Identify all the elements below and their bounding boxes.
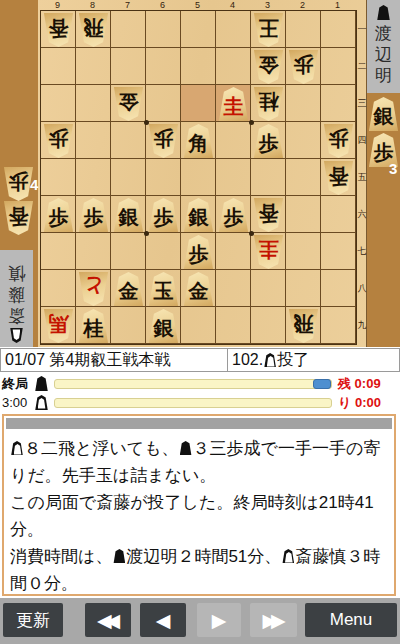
sente-time-remaining: 残 0:09 xyxy=(338,375,381,393)
bottom-toolbar: 更新 ◀◀ ◀ ▶ ▶▶ Menu xyxy=(0,598,400,644)
move-result: 投了 xyxy=(277,350,309,371)
square-5i[interactable] xyxy=(181,307,216,344)
square-6g[interactable] xyxy=(146,233,181,270)
star-point xyxy=(249,120,254,125)
fast-backward-button[interactable]: ◀◀ xyxy=(85,603,131,637)
sente-clock-label: 終局 xyxy=(0,375,35,393)
sente-name-char: 辺 xyxy=(375,44,392,65)
square-8b[interactable] xyxy=(76,48,111,85)
rank-label-1: 一 xyxy=(357,23,367,36)
captured-count: 3 xyxy=(389,160,397,177)
gote-piece-icon xyxy=(282,549,294,563)
sente-piece-icon xyxy=(180,441,192,455)
square-6a[interactable] xyxy=(146,11,181,48)
rank-label-7: 七 xyxy=(357,245,367,258)
comment-paragraph: この局面で斎藤が投了した。終局時刻は21時41分。 xyxy=(10,489,388,543)
square-9e[interactable] xyxy=(41,159,76,196)
square-7d[interactable] xyxy=(111,122,146,159)
file-label-1: 1 xyxy=(320,0,355,10)
sente-time-bar-remaining xyxy=(313,379,331,389)
sente-name-char: 明 xyxy=(375,65,392,86)
gote-name-char: 斎 xyxy=(8,305,25,326)
rank-label-5: 五 xyxy=(357,171,367,184)
square-6b[interactable] xyxy=(146,48,181,85)
square-4e[interactable] xyxy=(216,159,251,196)
file-label-4: 4 xyxy=(215,0,250,10)
gote-clock-label: 3:00 xyxy=(0,395,35,410)
rank-label-4: 四 xyxy=(357,134,367,147)
square-2a[interactable] xyxy=(286,11,321,48)
square-5b[interactable] xyxy=(181,48,216,85)
star-point xyxy=(144,120,149,125)
sente-piece-icon xyxy=(35,376,48,391)
star-point xyxy=(144,231,149,236)
square-4b[interactable] xyxy=(216,48,251,85)
rank-label-9: 九 xyxy=(357,319,367,332)
fast-forward-icon: ▶▶ xyxy=(262,611,284,630)
file-label-5: 5 xyxy=(180,0,215,10)
square-1b[interactable] xyxy=(321,48,356,85)
fast-forward-button[interactable]: ▶▶ xyxy=(250,603,297,637)
square-5a[interactable] xyxy=(181,11,216,48)
square-8c[interactable] xyxy=(76,85,111,122)
square-8e[interactable] xyxy=(76,159,111,196)
step-forward-icon: ▶ xyxy=(212,611,227,630)
square-9g[interactable] xyxy=(41,233,76,270)
file-label-7: 7 xyxy=(110,0,145,10)
rank-label-8: 八 xyxy=(357,282,367,295)
rank-label-6: 六 xyxy=(357,208,367,221)
square-2h[interactable] xyxy=(286,270,321,307)
move-indicator: 102. 投了 xyxy=(228,348,400,372)
square-3e[interactable] xyxy=(251,159,286,196)
file-label-8: 8 xyxy=(75,0,110,10)
sente-clock-row: 終局 残 0:09 xyxy=(0,374,400,393)
square-9b[interactable] xyxy=(41,48,76,85)
square-1f[interactable] xyxy=(321,196,356,233)
gote-clock-row: 3:00 り 0:00 xyxy=(0,393,400,412)
refresh-button[interactable]: 更新 xyxy=(3,603,63,637)
square-2d[interactable] xyxy=(286,122,321,159)
file-label-3: 3 xyxy=(250,0,285,10)
gote-time-bar xyxy=(54,398,332,408)
square-1g[interactable] xyxy=(321,233,356,270)
commentary-text: ８二飛と浮いても、３三歩成で一手一手の寄りだ。先手玉は詰まない。 この局面で斎藤… xyxy=(4,435,394,597)
square-4d[interactable] xyxy=(216,122,251,159)
gote-name-char: 慎 xyxy=(8,263,25,284)
rank-label-3: 三 xyxy=(357,97,367,110)
square-3i[interactable] xyxy=(251,307,286,344)
square-1a[interactable] xyxy=(321,11,356,48)
square-8d[interactable] xyxy=(76,122,111,159)
square-6c[interactable] xyxy=(146,85,181,122)
sente-name-char: 渡 xyxy=(375,23,392,44)
square-2e[interactable] xyxy=(286,159,321,196)
game-title: 01/07 第4期叡王戦本戦 xyxy=(0,348,228,372)
square-9c[interactable] xyxy=(41,85,76,122)
shogi-board: 987654321 一二三四五六七八九 香飛王金歩金圭桂歩歩角歩歩香歩歩銀歩銀歩… xyxy=(38,0,367,347)
step-forward-button[interactable]: ▶ xyxy=(197,603,241,637)
square-4g[interactable] xyxy=(216,233,251,270)
gote-name-char: 藤 xyxy=(8,284,25,305)
square-7e[interactable] xyxy=(111,159,146,196)
rank-label-2: 二 xyxy=(357,60,367,73)
sente-piece-icon xyxy=(113,549,125,563)
move-number: 102. xyxy=(232,351,263,369)
comment-span: 消費時間は、 xyxy=(10,547,112,566)
gote-piece-icon xyxy=(35,395,48,410)
step-backward-button[interactable]: ◀ xyxy=(140,603,186,637)
comment-paragraph: ８二飛と浮いても、３三歩成で一手一手の寄りだ。先手玉は詰まない。 xyxy=(10,435,388,489)
square-4h[interactable] xyxy=(216,270,251,307)
gote-nameplate: 斎 藤 慎 xyxy=(0,250,33,347)
commentary-box[interactable]: ８二飛と浮いても、３三歩成で一手一手の寄りだ。先手玉は詰まない。 この局面で斎藤… xyxy=(2,414,396,596)
gote-piece-icon xyxy=(11,441,23,455)
square-3h[interactable] xyxy=(251,270,286,307)
captured-count: 4 xyxy=(30,176,38,193)
square-7b[interactable] xyxy=(111,48,146,85)
gote-piece-icon xyxy=(264,353,276,367)
sente-piece-icon xyxy=(377,5,390,20)
sente-nameplate: 渡 辺 明 xyxy=(367,0,400,93)
info-bar: 01/07 第4期叡王戦本戦 102. 投了 xyxy=(0,348,400,372)
board-zone: 987654321 一二三四五六七八九 香飛王金歩金圭桂歩歩角歩歩香歩歩銀歩銀歩… xyxy=(0,0,400,347)
file-label-9: 9 xyxy=(40,0,75,10)
gote-time-remaining: り 0:00 xyxy=(338,394,381,412)
step-backward-icon: ◀ xyxy=(156,611,171,630)
square-1h[interactable] xyxy=(321,270,356,307)
square-8g[interactable] xyxy=(76,233,111,270)
sente-time-bar xyxy=(54,379,332,389)
clock-panel: 終局 残 0:09 3:00 り 0:00 xyxy=(0,372,400,413)
square-7i[interactable] xyxy=(111,307,146,344)
board-grid[interactable]: 香飛王金歩金圭桂歩歩角歩歩香歩歩銀歩銀歩香歩圭と金玉金馬桂銀飛 xyxy=(40,10,357,345)
square-1c[interactable] xyxy=(321,85,356,122)
comment-paragraph: 消費時間は、渡辺明２時間51分、斎藤慎３時間０分。 xyxy=(10,543,388,597)
square-5e[interactable] xyxy=(181,159,216,196)
square-4i[interactable] xyxy=(216,307,251,344)
menu-button[interactable]: Menu xyxy=(305,603,397,637)
comment-span: ８二飛と浮いても、 xyxy=(24,439,179,458)
file-label-2: 2 xyxy=(285,0,320,10)
square-2g[interactable] xyxy=(286,233,321,270)
square-4a[interactable] xyxy=(216,11,251,48)
square-7g[interactable] xyxy=(111,233,146,270)
square-6e[interactable] xyxy=(146,159,181,196)
square-2f[interactable] xyxy=(286,196,321,233)
square-9h[interactable] xyxy=(41,270,76,307)
square-1i[interactable] xyxy=(321,307,356,344)
square-5c[interactable] xyxy=(181,85,216,122)
fast-backward-icon: ◀◀ xyxy=(97,611,119,630)
file-label-6: 6 xyxy=(145,0,180,10)
square-2c[interactable] xyxy=(286,85,321,122)
square-7a[interactable] xyxy=(111,11,146,48)
star-point xyxy=(249,231,254,236)
shogi-app: 987654321 一二三四五六七八九 香飛王金歩金圭桂歩歩角歩歩香歩歩銀歩銀歩… xyxy=(0,0,400,644)
comment-span: 渡辺明２時間51分、 xyxy=(126,547,281,566)
gote-piece-icon xyxy=(10,328,23,343)
scroll-handle[interactable] xyxy=(6,418,392,429)
captured-piece-香[interactable]: 香 xyxy=(3,201,34,235)
captured-piece-銀[interactable]: 銀 xyxy=(368,97,399,131)
